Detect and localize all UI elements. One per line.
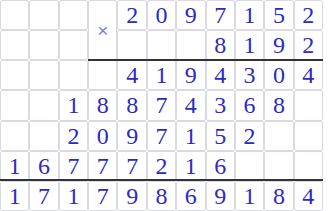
grid-cell-r2-c3 (88, 60, 117, 90)
grid-cell-r3-c10 (294, 90, 323, 120)
grid-cell-r2-c7: 4 (206, 60, 235, 90)
grid-cell-r0-c0 (0, 0, 29, 30)
grid-cell-r5-c2: 7 (59, 151, 88, 181)
grid-cell-r3-c8: 6 (235, 90, 264, 120)
grid-cell-r4-c4: 9 (117, 121, 146, 151)
grid-cell-r5-c6: 1 (176, 151, 205, 181)
grid-cell-r5-c3: 7 (88, 151, 117, 181)
grid-cell-r4-c9 (264, 121, 293, 151)
grid-cell-r0-c1 (29, 0, 58, 30)
grid-cell-r3-c9: 8 (264, 90, 293, 120)
grid-cell-r6-c5: 8 (147, 181, 176, 211)
grid-cell-r4-c7: 5 (206, 121, 235, 151)
grid-cell-r5-c7: 6 (206, 151, 235, 181)
grid-cell-r4-c1 (29, 121, 58, 151)
grid-cell-r0-c8: 1 (235, 0, 264, 30)
grid-cell-r3-c2: 1 (59, 90, 88, 120)
grid-cell-r1-c8: 1 (235, 30, 264, 60)
rule-above-product (0, 179, 323, 181)
grid-cell-r0-c7: 7 (206, 0, 235, 30)
grid-cell-r6-c1: 7 (29, 181, 58, 211)
grid-cell-r5-c0: 1 (0, 151, 29, 181)
grid-cell-r2-c9: 0 (264, 60, 293, 90)
grid-cell-r5-c10 (294, 151, 323, 181)
grid-cell-r0-c10: 2 (294, 0, 323, 30)
grid-cell-r4-c5: 7 (147, 121, 176, 151)
grid-cell-r1-c7: 8 (206, 30, 235, 60)
grid-cell-r2-c10: 4 (294, 60, 323, 90)
grid-cell-r0-c5: 0 (147, 0, 176, 30)
grid-cell-r0-c9: 5 (264, 0, 293, 30)
grid-cell-r0-c2 (59, 0, 88, 30)
grid-cell-r5-c5: 2 (147, 151, 176, 181)
grid-cell-r1-c6 (176, 30, 205, 60)
grid-cell-r2-c4: 4 (117, 60, 146, 90)
grid-cell-r5-c9 (264, 151, 293, 181)
grid-cell-r6-c7: 9 (206, 181, 235, 211)
grid-cell-r4-c0 (0, 121, 29, 151)
grid-cell-r1-c2 (59, 30, 88, 60)
long-multiplication-worksheet: ×209715281924194304188743682097152167772… (0, 0, 329, 211)
grid-cell-r4-c6: 1 (176, 121, 205, 151)
grid-cell-r6-c10: 4 (294, 181, 323, 211)
grid-cell-r5-c1: 6 (29, 151, 58, 181)
grid-cell-r2-c8: 3 (235, 60, 264, 90)
grid-cell-r4-c2: 2 (59, 121, 88, 151)
grid-cell-r3-c3: 8 (88, 90, 117, 120)
grid-cell-r5-c4: 7 (117, 151, 146, 181)
grid-cell-r3-c7: 3 (206, 90, 235, 120)
grid-cell-r6-c3: 7 (88, 181, 117, 211)
grid-cell-r1-c10: 2 (294, 30, 323, 60)
grid-cell-r2-c1 (29, 60, 58, 90)
grid-cell-r3-c5: 7 (147, 90, 176, 120)
rule-under-multiplier (88, 59, 323, 61)
grid-cell-r6-c8: 1 (235, 181, 264, 211)
grid-cell-r3-c1 (29, 90, 58, 120)
grid-cell-r1-c9: 9 (264, 30, 293, 60)
grid-cell-r0-c4: 2 (117, 0, 146, 30)
grid-cell-r2-c0 (0, 60, 29, 90)
grid-cell-r1-c1 (29, 30, 58, 60)
multiply-sign-cell: × (88, 0, 117, 60)
grid-cell-r5-c8 (235, 151, 264, 181)
grid-cell-r6-c9: 8 (264, 181, 293, 211)
grid-cell-r2-c6: 9 (176, 60, 205, 90)
grid-cell-r6-c2: 1 (59, 181, 88, 211)
grid-cell-r4-c3: 0 (88, 121, 117, 151)
grid-cell-r4-c8: 2 (235, 121, 264, 151)
grid-cell-r6-c4: 9 (117, 181, 146, 211)
grid-cell-r3-c0 (0, 90, 29, 120)
grid-cell-r6-c6: 6 (176, 181, 205, 211)
grid-cell-r3-c6: 4 (176, 90, 205, 120)
grid-cell-r2-c5: 1 (147, 60, 176, 90)
grid-cell-r4-c10 (294, 121, 323, 151)
grid-cell-r3-c4: 8 (117, 90, 146, 120)
grid-cell-r1-c4 (117, 30, 146, 60)
grid-cell-r1-c5 (147, 30, 176, 60)
grid-cell-r1-c0 (0, 30, 29, 60)
grid-cell-r0-c6: 9 (176, 0, 205, 30)
grid-cell-r2-c2 (59, 60, 88, 90)
grid-cell-r6-c0: 1 (0, 181, 29, 211)
